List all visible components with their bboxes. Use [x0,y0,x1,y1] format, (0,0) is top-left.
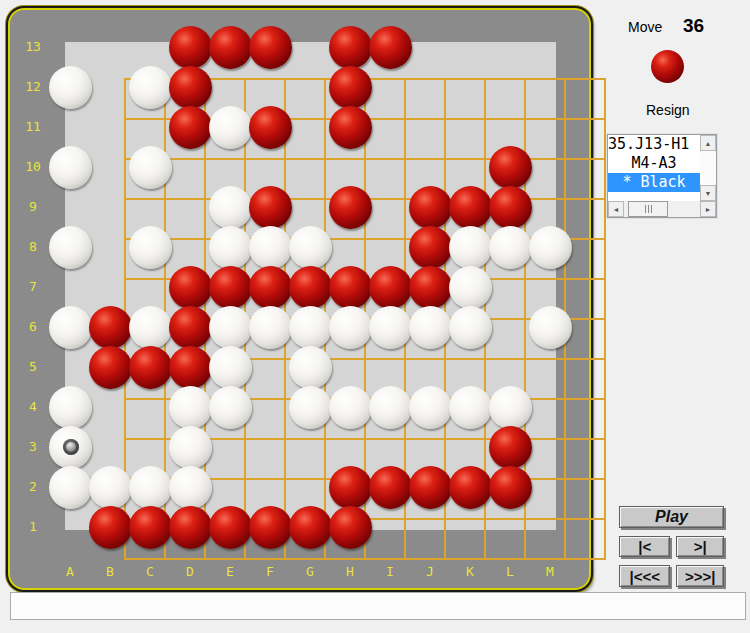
stone-white-A4[interactable] [49,386,92,429]
stone-white-M6[interactable] [529,306,572,349]
stone-white-I6[interactable] [369,306,412,349]
stone-white-K8[interactable] [449,226,492,269]
column-label-D: D [180,564,200,579]
row-label-5: 5 [18,359,48,375]
stone-white-E9[interactable] [209,186,252,229]
stone-red-H1[interactable] [329,506,372,549]
stone-red-F9[interactable] [249,186,292,229]
stone-white-A3[interactable] [49,426,92,469]
horizontal-scrollbar[interactable]: ◄ ► [608,201,716,217]
stone-red-H12[interactable] [329,66,372,109]
row-label-1: 1 [18,519,48,535]
column-label-I: I [380,564,400,579]
stone-white-A12[interactable] [49,66,92,109]
stone-white-F8[interactable] [249,226,292,269]
stone-red-D5[interactable] [169,346,212,389]
stone-red-H7[interactable] [329,266,372,309]
up-arrow-icon: ▲ [705,140,712,147]
stone-white-G5[interactable] [289,346,332,389]
column-label-K: K [460,564,480,579]
stone-red-L9[interactable] [489,186,532,229]
step-back-button[interactable]: |< [619,536,670,557]
stone-white-E4[interactable] [209,386,252,429]
stone-red-F13[interactable] [249,26,292,69]
column-label-L: L [500,564,520,579]
stone-white-K7[interactable] [449,266,492,309]
stone-red-B6[interactable] [89,306,132,349]
stone-white-D4[interactable] [169,386,212,429]
stone-white-K4[interactable] [449,386,492,429]
stone-red-B1[interactable] [89,506,132,549]
stone-white-A10[interactable] [49,146,92,189]
row-label-12: 12 [18,79,48,95]
scrollbar-thumb[interactable] [628,201,668,217]
move-label: Move [628,19,662,35]
column-label-G: G [300,564,320,579]
stone-red-F7[interactable] [249,266,292,309]
stone-white-F6[interactable] [249,306,292,349]
stone-red-J2[interactable] [409,466,452,509]
stone-red-D12[interactable] [169,66,212,109]
column-label-C: C [140,564,160,579]
stone-red-D6[interactable] [169,306,212,349]
stone-red-D13[interactable] [169,26,212,69]
stone-red-J8[interactable] [409,226,452,269]
stone-red-E1[interactable] [209,506,252,549]
stone-red-J9[interactable] [409,186,452,229]
app-window: 13121110987654321ABCDEFGHIJKLM Move 36 R… [0,0,750,633]
stone-white-B2[interactable] [89,466,132,509]
stone-white-J4[interactable] [409,386,452,429]
row-label-13: 13 [18,39,48,55]
column-label-F: F [260,564,280,579]
jump-to-end-button[interactable]: >>>| [676,565,724,587]
stone-red-I2[interactable] [369,466,412,509]
stone-red-E7[interactable] [209,266,252,309]
stone-white-G4[interactable] [289,386,332,429]
move-list[interactable]: 35.J13-H1 M4-A3 * Black ▲ ▼ ◄ ► [607,134,717,218]
stone-white-C2[interactable] [129,466,172,509]
row-label-3: 3 [18,439,48,455]
stone-red-G1[interactable] [289,506,332,549]
stone-white-C6[interactable] [129,306,172,349]
stone-white-E5[interactable] [209,346,252,389]
right-arrow-icon: ► [705,206,712,213]
row-label-7: 7 [18,279,48,295]
stone-red-J7[interactable] [409,266,452,309]
stone-red-E13[interactable] [209,26,252,69]
stone-red-H2[interactable] [329,466,372,509]
play-button[interactable]: Play [619,506,724,528]
row-label-10: 10 [18,159,48,175]
stone-red-F1[interactable] [249,506,292,549]
stone-white-A6[interactable] [49,306,92,349]
stone-white-A2[interactable] [49,466,92,509]
column-label-E: E [220,564,240,579]
stone-white-K6[interactable] [449,306,492,349]
stone-red-G7[interactable] [289,266,332,309]
row-label-11: 11 [18,119,48,135]
stone-white-E8[interactable] [209,226,252,269]
stone-red-H9[interactable] [329,186,372,229]
resign-label: Resign [646,102,690,118]
stone-white-M8[interactable] [529,226,572,269]
stone-white-J6[interactable] [409,306,452,349]
stone-red-F11[interactable] [249,106,292,149]
stone-red-H13[interactable] [329,26,372,69]
step-forward-button[interactable]: >| [676,536,724,557]
stone-white-A8[interactable] [49,226,92,269]
stone-white-E6[interactable] [209,306,252,349]
last-move-marker [63,439,79,455]
turn-indicator-ball [651,50,684,83]
column-label-B: B [100,564,120,579]
stone-white-H4[interactable] [329,386,372,429]
move-list-item-selected[interactable]: * Black [608,173,700,192]
stone-white-C8[interactable] [129,226,172,269]
scrollbar-track[interactable] [624,201,700,217]
stone-white-C12[interactable] [129,66,172,109]
move-number: 36 [683,15,704,37]
stone-red-I13[interactable] [369,26,412,69]
stone-red-B5[interactable] [89,346,132,389]
stone-white-H6[interactable] [329,306,372,349]
stone-white-E11[interactable] [209,106,252,149]
stone-red-K2[interactable] [449,466,492,509]
column-label-J: J [420,564,440,579]
down-arrow-icon: ▼ [705,190,712,197]
left-arrow-icon: ◄ [613,206,620,213]
scroll-up-button[interactable]: ▲ [700,135,716,151]
stone-red-I7[interactable] [369,266,412,309]
stone-red-L10[interactable] [489,146,532,189]
stone-red-C1[interactable] [129,506,172,549]
stone-white-L4[interactable] [489,386,532,429]
column-label-A: A [60,564,80,579]
jump-to-start-button[interactable]: |<<< [619,565,670,587]
stone-red-H11[interactable] [329,106,372,149]
stone-red-D7[interactable] [169,266,212,309]
stone-white-L8[interactable] [489,226,532,269]
row-label-8: 8 [18,239,48,255]
row-label-2: 2 [18,479,48,495]
stone-red-L3[interactable] [489,426,532,469]
column-label-H: H [340,564,360,579]
stone-white-G6[interactable] [289,306,332,349]
stone-white-D3[interactable] [169,426,212,469]
status-bar [10,592,746,620]
scroll-left-button[interactable]: ◄ [608,201,624,217]
column-label-M: M [540,564,560,579]
stone-red-C5[interactable] [129,346,172,389]
stone-red-D11[interactable] [169,106,212,149]
stone-white-C10[interactable] [129,146,172,189]
stone-red-L2[interactable] [489,466,532,509]
scroll-down-button[interactable]: ▼ [700,185,716,201]
row-label-6: 6 [18,319,48,335]
stone-red-D1[interactable] [169,506,212,549]
game-board[interactable]: 13121110987654321ABCDEFGHIJKLM [8,8,591,590]
stone-white-I4[interactable] [369,386,412,429]
row-label-9: 9 [18,199,48,215]
stone-red-K9[interactable] [449,186,492,229]
vertical-scrollbar[interactable]: ▲ ▼ [700,135,716,201]
move-list-item[interactable]: 35.J13-H1 [608,135,700,154]
move-list-item[interactable]: M4-A3 [608,154,700,173]
row-label-4: 4 [18,399,48,415]
scroll-right-button[interactable]: ► [700,201,716,217]
stone-white-D2[interactable] [169,466,212,509]
stone-white-G8[interactable] [289,226,332,269]
